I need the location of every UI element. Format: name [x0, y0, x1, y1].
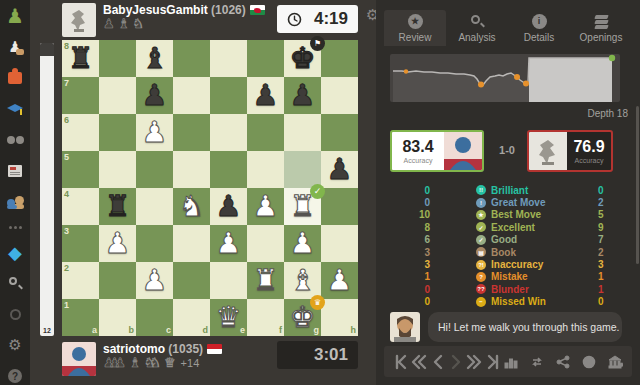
square-a6[interactable]: 6 [62, 114, 99, 151]
mistake-icon: ? [476, 272, 486, 282]
share-icon[interactable] [554, 353, 572, 371]
top-player-clock: 4:19 [277, 5, 358, 33]
square-h6[interactable] [321, 114, 358, 151]
nav-forward-button[interactable] [447, 351, 465, 373]
square-d2[interactable] [173, 262, 210, 299]
classification-label: Inaccuracy [491, 259, 543, 270]
black-count: 3 [582, 259, 622, 270]
square-g5[interactable] [284, 151, 321, 188]
coach-avatar [390, 312, 420, 342]
square-c8[interactable]: ♝ [136, 40, 173, 77]
black-accuracy-value: 76.9 [573, 139, 604, 155]
classification-row-great-move[interactable]: 0!Great Move2 [390, 196, 622, 208]
white-bishop-g2[interactable]: ♝ [284, 262, 321, 299]
square-g1[interactable]: g♚♛ [284, 299, 321, 336]
settings-icon[interactable]: ⚙ [5, 335, 25, 355]
classification-row-mistake[interactable]: 1?Mistake1 [390, 271, 622, 283]
learn-icon[interactable] [5, 99, 25, 119]
review-star-icon: ★ [408, 14, 423, 29]
rank-label-6: 6 [64, 115, 69, 125]
rank-label-5: 5 [64, 152, 69, 162]
file-label-a: a [92, 325, 97, 335]
search-icon[interactable] [5, 273, 25, 293]
white-pawn-c2[interactable]: ♟ [136, 262, 173, 299]
square-d3[interactable] [173, 225, 210, 262]
white-pawn-f4[interactable]: ♟ [247, 188, 284, 225]
premium-diamond-icon[interactable]: ◆ [5, 242, 25, 262]
square-b4[interactable]: ♜ [99, 188, 136, 225]
classification-row-good[interactable]: 6✓Good7 [390, 234, 622, 246]
watch-icon[interactable] [5, 130, 25, 150]
classification-label: Best Move [491, 209, 541, 220]
file-label-b: b [129, 325, 135, 335]
move-navigation-bar [384, 346, 632, 377]
brilliant-icon: !! [476, 185, 486, 195]
panel-tabs: ★ Review Analysis i Details Openings [384, 10, 632, 46]
inaccuracy-icon: ?! [476, 260, 486, 270]
black-pawn-c7[interactable]: ♟ [136, 77, 173, 114]
square-c5[interactable] [136, 151, 173, 188]
square-b7[interactable] [99, 77, 136, 114]
black-count: 7 [582, 234, 622, 245]
evaluation-value: 12 [40, 327, 54, 334]
black-accuracy-label: Accuracy [575, 157, 604, 164]
rank-label-8: 8 [64, 41, 69, 51]
bottom-player-rating: (1035) [168, 342, 203, 356]
tab-review[interactable]: ★ Review [384, 10, 446, 46]
square-a5[interactable]: 5 [62, 151, 99, 188]
white-pawn-g3[interactable]: ♟ [284, 225, 321, 262]
square-a2[interactable]: 2 [62, 262, 99, 299]
file-label-e: e [240, 325, 245, 335]
evaluation-bar-black [40, 43, 54, 56]
square-h5[interactable]: ♟ [321, 151, 358, 188]
puzzles-icon[interactable] [5, 68, 25, 88]
clock-icon [287, 12, 302, 27]
nav-first-button[interactable] [392, 351, 410, 373]
evaluation-bar: 12 [40, 43, 54, 336]
rank-label-7: 7 [64, 78, 69, 88]
square-e7[interactable] [210, 77, 247, 114]
blunder-icon: ?? [476, 284, 486, 294]
classification-label: Great Move [491, 197, 545, 208]
accuracy-section: 83.4Accuracy 1-0 76.9Accuracy [390, 130, 620, 172]
panel-scrollbar[interactable] [636, 106, 639, 264]
evaluation-graph[interactable] [390, 54, 620, 102]
white-accuracy-value: 83.4 [402, 139, 433, 155]
black-count: 0 [582, 185, 622, 196]
black-count: 1 [582, 284, 622, 295]
rank-label-4: 4 [64, 189, 69, 199]
square-g6[interactable] [284, 114, 321, 151]
wales-flag-icon [250, 5, 265, 15]
bottom-clock-time: 3:01 [314, 345, 348, 365]
nav-fast-forward-button[interactable] [465, 351, 483, 373]
square-a7[interactable]: 7 [62, 77, 99, 114]
square-g4[interactable]: ♜✓ [284, 188, 321, 225]
coach-message: Hi! Let me walk you through this game. I… [428, 312, 622, 342]
white-count: 6 [390, 234, 430, 245]
black-pawn-h5[interactable]: ♟ [321, 151, 358, 188]
white-count: 3 [390, 259, 430, 270]
square-e6[interactable] [210, 114, 247, 151]
square-g2[interactable]: ♝ [284, 262, 321, 299]
black-accuracy-avatar [529, 132, 567, 170]
white-count: 0 [390, 296, 430, 307]
black-bishop-c8[interactable]: ♝ [136, 40, 173, 77]
classification-row-excellent[interactable]: 8✓Excellent9 [390, 221, 622, 233]
review-panel: ★ Review Analysis i Details Openings Dep… [376, 0, 640, 385]
black-pawn-e4[interactable]: ♟ [210, 188, 247, 225]
best-badge: ✓ [310, 184, 325, 199]
openings-layers-icon [594, 14, 609, 29]
tab-details[interactable]: i Details [508, 10, 570, 46]
chess-board[interactable]: 8♜♝♚⚑7♟♟♟6♟5♟4♜♞♟♟♜✓3♟♟♟2♟♜♝♟1abcde♛fg♚♛… [62, 40, 358, 336]
square-e8[interactable] [210, 40, 247, 77]
square-d7[interactable] [173, 77, 210, 114]
square-c4[interactable] [136, 188, 173, 225]
square-a1[interactable]: 1a [62, 299, 99, 336]
bottom-player-avatar[interactable] [62, 342, 96, 376]
classification-label: Brilliant [491, 185, 528, 196]
social-icon[interactable] [5, 192, 25, 212]
black-accuracy-card: 76.9Accuracy [527, 130, 613, 172]
top-clock-time: 4:19 [314, 9, 348, 29]
square-e5[interactable] [210, 151, 247, 188]
file-label-h: h [351, 325, 357, 335]
white-knight-d4[interactable]: ♞ [173, 188, 210, 225]
square-b2[interactable] [99, 262, 136, 299]
white-pawn-b3[interactable]: ♟ [99, 225, 136, 262]
nav-fast-back-button[interactable] [410, 351, 428, 373]
white-accuracy-avatar [444, 132, 482, 170]
square-f6[interactable] [247, 114, 284, 151]
classification-row-brilliant[interactable]: 0!!Brilliant0 [390, 184, 622, 196]
black-count: 9 [582, 222, 622, 233]
bottom-captured-pieces: ♟♟♟♝♞♞♛+14 [103, 356, 222, 370]
white-rook-f2[interactable]: ♜ [247, 262, 284, 299]
file-label-c: c [166, 325, 171, 335]
library-icon[interactable] [606, 353, 624, 371]
square-h2[interactable]: ♟ [321, 262, 358, 299]
theme-icon[interactable] [5, 304, 25, 324]
square-b3[interactable]: ♟ [99, 225, 136, 262]
classification-label: Blunder [491, 284, 529, 295]
square-f8[interactable] [247, 40, 284, 77]
square-e1[interactable]: e♛ [210, 299, 247, 336]
bottom-player-name[interactable]: satriotomo (1035) [103, 342, 222, 356]
classification-row-best-move[interactable]: 10★Best Move5 [390, 209, 622, 221]
black-count: 5 [582, 209, 622, 220]
square-c1[interactable]: c [136, 299, 173, 336]
classification-label: Good [491, 234, 517, 245]
good-icon: ✓ [476, 235, 486, 245]
retry-icon[interactable] [528, 353, 546, 371]
top-captured-pieces: ♟♝♞ [103, 17, 265, 31]
square-b5[interactable] [99, 151, 136, 188]
square-f3[interactable] [247, 225, 284, 262]
white-pawn-h2[interactable]: ♟ [321, 262, 358, 299]
square-e3[interactable]: ♟ [210, 225, 247, 262]
square-e2[interactable] [210, 262, 247, 299]
great-move-icon: ! [476, 198, 486, 208]
file-label-f: f [279, 325, 282, 335]
winner-badge: ♛ [310, 295, 325, 310]
focus-icon[interactable] [580, 353, 598, 371]
tab-openings[interactable]: Openings [570, 10, 632, 46]
missed-win-icon: − [476, 297, 486, 307]
white-count: 1 [390, 271, 430, 282]
tab-analysis[interactable]: Analysis [446, 10, 508, 46]
square-d6[interactable] [173, 114, 210, 151]
black-count: 2 [582, 197, 622, 208]
black-rook-b4[interactable]: ♜ [99, 188, 136, 225]
classification-row-blunder[interactable]: 0??Blunder1 [390, 283, 622, 295]
black-count: 0 [582, 296, 622, 307]
square-a8[interactable]: 8♜ [62, 40, 99, 77]
square-d8[interactable] [173, 40, 210, 77]
square-d5[interactable] [173, 151, 210, 188]
square-c6[interactable]: ♟ [136, 114, 173, 151]
excellent-icon: ✓ [476, 222, 486, 232]
classification-label: Missed Win [491, 296, 546, 307]
white-count: 0 [390, 284, 430, 295]
top-player-rating: (1026) [211, 3, 246, 17]
book-icon: ▤ [476, 247, 486, 257]
game-result: 1-0 [489, 144, 525, 156]
square-c3[interactable] [136, 225, 173, 262]
white-count: 10 [390, 209, 430, 220]
classification-row-missed-win[interactable]: 0−Missed Win0 [390, 296, 622, 308]
black-pawn-g7[interactable]: ♟ [284, 77, 321, 114]
file-label-d: d [203, 325, 209, 335]
nav-last-button[interactable] [484, 351, 502, 373]
square-g3[interactable]: ♟ [284, 225, 321, 262]
move-classification-list: 0!!Brilliant00!Great Move210★Best Move58… [390, 184, 622, 308]
app-sidebar: ♟ ♟ ◆ ⚙ ? [0, 0, 30, 385]
square-h3[interactable] [321, 225, 358, 262]
classification-row-inaccuracy[interactable]: 3?!Inaccuracy3 [390, 258, 622, 270]
help-icon[interactable]: ? [5, 366, 25, 385]
classification-label: Excellent [491, 222, 535, 233]
bottom-player-bar: satriotomo (1035) ♟♟♟♝♞♞♛+14 [62, 342, 222, 376]
indonesia-flag-icon [207, 344, 222, 354]
square-b8[interactable] [99, 40, 136, 77]
white-pawn-c6[interactable]: ♟ [136, 114, 173, 151]
classification-label: Mistake [491, 271, 528, 282]
game-area: BabyJesusGambit (1026) ♟♝♞ 4:19 12 8♜♝♚⚑… [30, 0, 376, 385]
white-accuracy-card: 83.4Accuracy [390, 130, 484, 172]
versus-bots-icon[interactable]: ♟ [5, 37, 25, 57]
square-f2[interactable]: ♜ [247, 262, 284, 299]
more-icon[interactable] [5, 223, 25, 231]
square-a3[interactable]: 3 [62, 225, 99, 262]
white-count: 0 [390, 185, 430, 196]
square-h7[interactable] [321, 77, 358, 114]
white-count: 8 [390, 222, 430, 233]
square-b1[interactable]: b [99, 299, 136, 336]
rank-label-2: 2 [64, 263, 69, 273]
square-d4[interactable]: ♞ [173, 188, 210, 225]
stats-icon[interactable] [502, 353, 520, 371]
square-f5[interactable] [247, 151, 284, 188]
flag-badge: ⚑ [310, 36, 325, 51]
details-info-icon: i [532, 14, 547, 29]
square-c7[interactable]: ♟ [136, 77, 173, 114]
rank-label-3: 3 [64, 226, 69, 236]
square-h4[interactable] [321, 188, 358, 225]
black-count: 2 [582, 247, 622, 258]
top-player-name[interactable]: BabyJesusGambit (1026) [103, 3, 265, 17]
square-g7[interactable]: ♟ [284, 77, 321, 114]
best-move-icon: ★ [476, 210, 486, 220]
square-f1[interactable]: f [247, 299, 284, 336]
top-player-avatar[interactable] [62, 3, 96, 37]
square-f4[interactable]: ♟ [247, 188, 284, 225]
square-a4[interactable]: 4 [62, 188, 99, 225]
rank-label-1: 1 [64, 300, 69, 310]
square-g8[interactable]: ♚⚑ [284, 40, 321, 77]
black-count: 1 [582, 271, 622, 282]
file-label-g: g [314, 325, 320, 335]
square-h8[interactable] [321, 40, 358, 77]
engine-depth-label: Depth 18 [587, 108, 628, 119]
white-pawn-e3[interactable]: ♟ [210, 225, 247, 262]
bottom-player-clock: 3:01 [277, 341, 358, 369]
analysis-magnifier-icon [470, 14, 485, 29]
square-b6[interactable] [99, 114, 136, 151]
square-c2[interactable]: ♟ [136, 262, 173, 299]
square-e4[interactable]: ♟ [210, 188, 247, 225]
classification-label: Book [491, 247, 516, 258]
square-h1[interactable]: h [321, 299, 358, 336]
nav-back-button[interactable] [429, 351, 447, 373]
play-icon[interactable]: ♟ [5, 6, 25, 26]
top-player-bar: BabyJesusGambit (1026) ♟♝♞ [62, 3, 265, 37]
coach-chat: Hi! Let me walk you through this game. I… [390, 312, 622, 342]
white-count: 3 [390, 247, 430, 258]
white-count: 0 [390, 197, 430, 208]
square-f7[interactable]: ♟ [247, 77, 284, 114]
white-accuracy-label: Accuracy [404, 157, 433, 164]
black-pawn-f7[interactable]: ♟ [247, 77, 284, 114]
news-icon[interactable] [5, 161, 25, 181]
classification-row-book[interactable]: 3▤Book2 [390, 246, 622, 258]
square-d1[interactable]: d [173, 299, 210, 336]
